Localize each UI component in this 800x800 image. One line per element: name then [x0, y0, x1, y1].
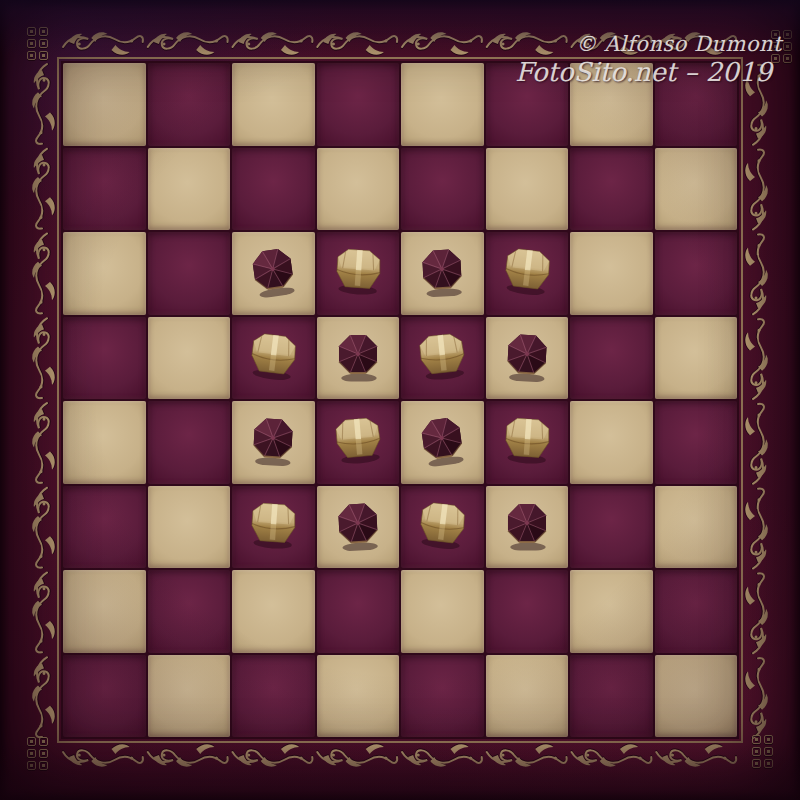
square-d2[interactable] — [317, 570, 400, 653]
square-a7[interactable] — [63, 148, 146, 231]
square-a4[interactable] — [63, 401, 146, 484]
board-photo: © Alfonso Dumont FotoSito.net – 2019 — [0, 0, 800, 800]
square-c6[interactable] — [232, 232, 315, 315]
corner-ornament-top-left — [27, 27, 48, 60]
dark-star-glyph — [414, 412, 470, 469]
square-e1[interactable] — [401, 655, 484, 738]
square-d6[interactable] — [317, 232, 400, 315]
square-g7[interactable] — [570, 148, 653, 231]
square-c7[interactable] — [232, 148, 315, 231]
square-g3[interactable] — [570, 486, 653, 569]
dark-star-piece[interactable] — [245, 243, 301, 300]
dark-star-glyph — [416, 244, 468, 297]
square-f2[interactable] — [486, 570, 569, 653]
square-f6[interactable] — [486, 232, 569, 315]
square-e8[interactable] — [401, 63, 484, 146]
square-b4[interactable] — [148, 401, 231, 484]
gold-barrel-glyph — [245, 499, 301, 551]
square-d5[interactable] — [317, 317, 400, 400]
square-c5[interactable] — [232, 317, 315, 400]
filigree-border-left — [31, 62, 57, 740]
dark-star-glyph — [247, 413, 299, 466]
square-d3[interactable] — [317, 486, 400, 569]
square-e5[interactable] — [401, 317, 484, 400]
square-g1[interactable] — [570, 655, 653, 738]
square-a1[interactable] — [63, 655, 146, 738]
gold-barrel-glyph — [498, 244, 556, 298]
gold-barrel-glyph — [329, 414, 386, 466]
square-e7[interactable] — [401, 148, 484, 231]
board — [61, 61, 739, 739]
square-d1[interactable] — [317, 655, 400, 738]
gold-barrel-piece[interactable] — [245, 499, 301, 551]
square-b1[interactable] — [148, 655, 231, 738]
dark-star-glyph — [333, 330, 382, 381]
dark-star-piece[interactable] — [502, 499, 551, 550]
square-f7[interactable] — [486, 148, 569, 231]
square-e4[interactable] — [401, 401, 484, 484]
gold-barrel-piece[interactable] — [413, 329, 471, 382]
corner-ornament-bottom-left — [27, 737, 48, 770]
square-d4[interactable] — [317, 401, 400, 484]
dark-star-glyph — [245, 243, 301, 300]
dark-star-glyph — [501, 329, 553, 382]
dark-star-glyph — [332, 498, 384, 551]
square-b7[interactable] — [148, 148, 231, 231]
square-f3[interactable] — [486, 486, 569, 569]
gold-barrel-piece[interactable] — [330, 246, 386, 298]
square-c3[interactable] — [232, 486, 315, 569]
square-b6[interactable] — [148, 232, 231, 315]
gold-barrel-piece[interactable] — [244, 329, 302, 383]
square-d8[interactable] — [317, 63, 400, 146]
square-c4[interactable] — [232, 401, 315, 484]
square-g4[interactable] — [570, 401, 653, 484]
square-e2[interactable] — [401, 570, 484, 653]
square-c2[interactable] — [232, 570, 315, 653]
square-e6[interactable] — [401, 232, 484, 315]
filigree-border-bottom — [61, 742, 739, 768]
square-d7[interactable] — [317, 148, 400, 231]
square-g5[interactable] — [570, 317, 653, 400]
square-b3[interactable] — [148, 486, 231, 569]
square-a3[interactable] — [63, 486, 146, 569]
dark-star-piece[interactable] — [501, 329, 553, 382]
gold-barrel-piece[interactable] — [499, 415, 555, 467]
corner-ornament-bottom-right — [752, 735, 773, 768]
square-g6[interactable] — [570, 232, 653, 315]
square-h4[interactable] — [655, 401, 738, 484]
watermark-site-year: FotoSito.net – 2019 — [515, 57, 772, 87]
gold-barrel-glyph — [244, 329, 302, 383]
gold-barrel-glyph — [413, 498, 471, 552]
square-c8[interactable] — [232, 63, 315, 146]
square-h1[interactable] — [655, 655, 738, 738]
square-a8[interactable] — [63, 63, 146, 146]
gold-barrel-glyph — [499, 415, 555, 467]
square-b8[interactable] — [148, 63, 231, 146]
gold-barrel-piece[interactable] — [498, 244, 556, 298]
square-e3[interactable] — [401, 486, 484, 569]
dark-star-piece[interactable] — [414, 412, 470, 469]
gold-barrel-piece[interactable] — [413, 498, 471, 552]
square-a6[interactable] — [63, 232, 146, 315]
dark-star-glyph — [502, 499, 551, 550]
dark-star-piece[interactable] — [332, 498, 384, 551]
watermark-author: © Alfonso Dumont — [515, 32, 782, 56]
square-f5[interactable] — [486, 317, 569, 400]
watermark: © Alfonso Dumont FotoSito.net – 2019 — [515, 32, 782, 87]
square-h2[interactable] — [655, 570, 738, 653]
square-h5[interactable] — [655, 317, 738, 400]
square-h7[interactable] — [655, 148, 738, 231]
square-h3[interactable] — [655, 486, 738, 569]
square-f4[interactable] — [486, 401, 569, 484]
square-g2[interactable] — [570, 570, 653, 653]
gold-barrel-piece[interactable] — [329, 414, 386, 466]
gold-barrel-glyph — [330, 246, 386, 298]
dark-star-piece[interactable] — [333, 330, 382, 381]
square-a2[interactable] — [63, 570, 146, 653]
filigree-border-right — [743, 62, 769, 740]
dark-star-piece[interactable] — [416, 244, 468, 297]
gold-barrel-glyph — [413, 329, 471, 382]
dark-star-piece[interactable] — [247, 413, 299, 466]
square-h6[interactable] — [655, 232, 738, 315]
square-b2[interactable] — [148, 570, 231, 653]
square-a5[interactable] — [63, 317, 146, 400]
square-f1[interactable] — [486, 655, 569, 738]
square-b5[interactable] — [148, 317, 231, 400]
square-c1[interactable] — [232, 655, 315, 738]
